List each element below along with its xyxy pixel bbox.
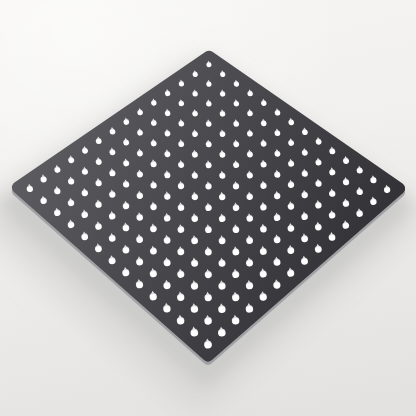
shower-head-image: [0, 0, 416, 416]
product-photo: [0, 0, 416, 416]
